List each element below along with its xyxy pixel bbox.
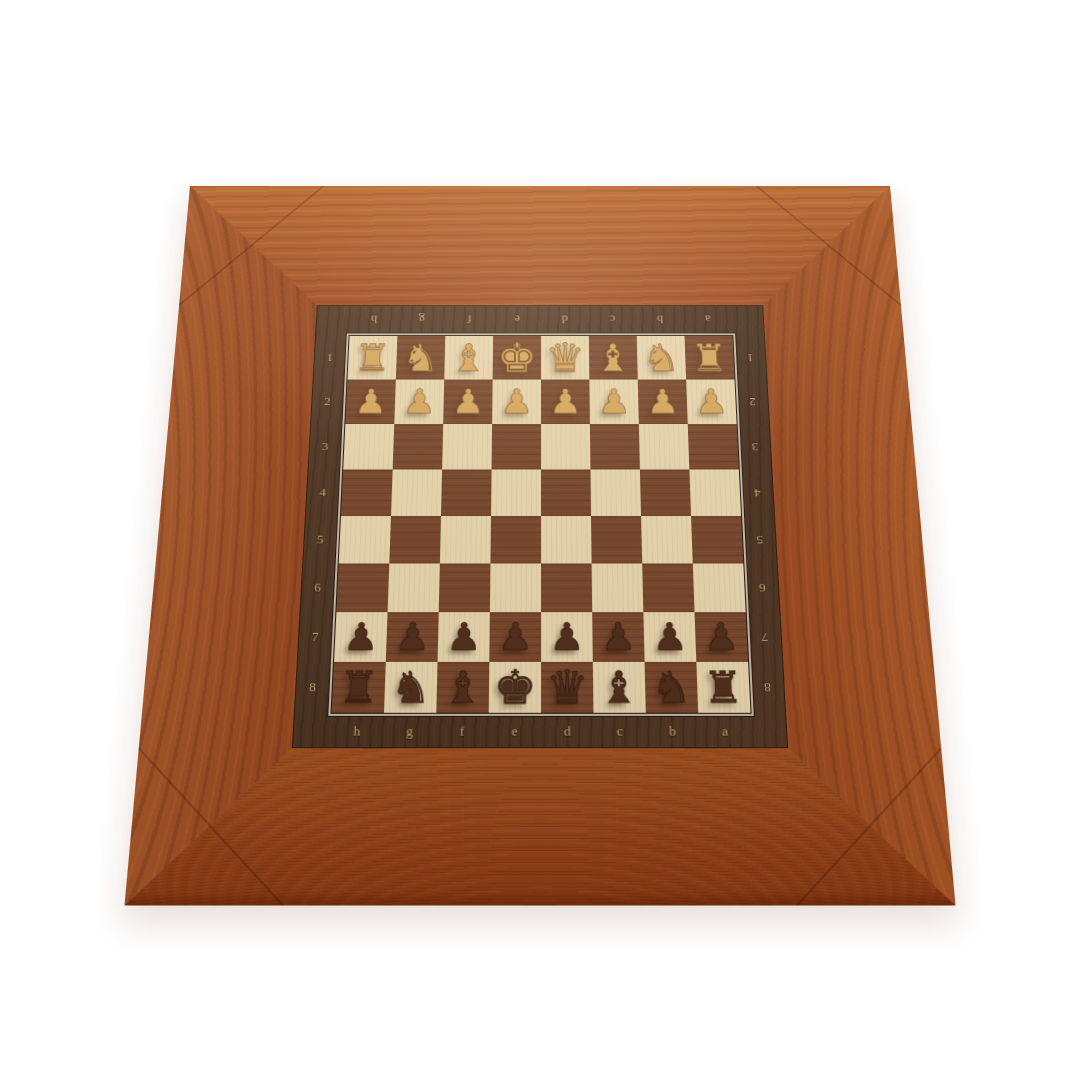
file-label-bottom-f: f (435, 715, 488, 747)
file-label-top-e: e (493, 306, 541, 332)
piece-black-pawn-e7[interactable]: ♟ (489, 612, 541, 662)
piece-black-bishop-c8[interactable]: ♝ (593, 662, 646, 713)
empty-e3 (492, 424, 541, 469)
empty-a3 (688, 424, 739, 469)
empty-c4 (590, 469, 641, 515)
piece-black-pawn-a7[interactable]: ♟ (695, 612, 749, 662)
rank-label-right-2: 2 (736, 380, 768, 424)
chessboard: 12345678 12345678 hgfedcba hgfedcba ♜♞♝♚… (292, 305, 788, 748)
piece-white-king-e1[interactable]: ♚ (493, 336, 541, 380)
empty-c6 (592, 563, 644, 612)
piece-white-rook-h1[interactable]: ♜ (347, 336, 397, 380)
empty-a5 (691, 516, 743, 564)
rank-label-right-5: 5 (743, 516, 777, 564)
piece-white-pawn-c2[interactable]: ♟ (589, 380, 638, 424)
empty-f6 (439, 563, 491, 612)
empty-h5 (339, 516, 391, 564)
empty-b6 (642, 563, 694, 612)
piece-black-pawn-c7[interactable]: ♟ (592, 612, 644, 662)
empty-c3 (590, 424, 640, 469)
piece-white-knight-g1[interactable]: ♞ (396, 336, 445, 380)
piece-white-pawn-a2[interactable]: ♟ (686, 380, 737, 424)
piece-black-pawn-f7[interactable]: ♟ (438, 612, 490, 662)
rank-label-right-1: 1 (734, 336, 766, 380)
piece-black-rook-h8[interactable]: ♜ (332, 662, 386, 713)
empty-d6 (541, 563, 592, 612)
empty-f4 (441, 469, 492, 515)
file-label-top-b: b (636, 306, 684, 332)
rank-label-left-8: 8 (295, 662, 330, 713)
empty-c5 (591, 516, 642, 564)
file-label-bottom-b: b (646, 715, 700, 747)
empty-b3 (639, 424, 690, 469)
file-labels-top: hgfedcba (350, 306, 733, 332)
piece-white-knight-b1[interactable]: ♞ (637, 336, 686, 380)
empty-d4 (541, 469, 591, 515)
empty-d5 (541, 516, 592, 564)
empty-f5 (440, 516, 491, 564)
file-label-top-c: c (588, 306, 636, 332)
empty-e4 (491, 469, 541, 515)
piece-white-bishop-f1[interactable]: ♝ (444, 336, 493, 380)
chess-table: 12345678 12345678 hgfedcba hgfedcba ♜♞♝♚… (124, 186, 955, 905)
file-label-bottom-e: e (488, 715, 541, 747)
file-label-bottom-g: g (383, 715, 437, 747)
rank-label-left-4: 4 (306, 469, 339, 515)
empty-g3 (393, 424, 444, 469)
file-label-top-a: a (683, 306, 732, 332)
piece-black-bishop-f8[interactable]: ♝ (436, 662, 489, 713)
empty-b4 (640, 469, 691, 515)
rank-label-left-1: 1 (314, 336, 346, 380)
file-label-bottom-d: d (541, 715, 594, 747)
empty-g4 (391, 469, 442, 515)
empty-b5 (641, 516, 693, 564)
rank-label-left-2: 2 (311, 380, 343, 424)
file-label-top-g: g (398, 306, 446, 332)
empty-f3 (442, 424, 492, 469)
piece-black-knight-g8[interactable]: ♞ (384, 662, 438, 713)
empty-e6 (490, 563, 541, 612)
file-label-bottom-a: a (698, 715, 752, 747)
rank-label-right-6: 6 (745, 563, 779, 612)
piece-white-bishop-c1[interactable]: ♝ (589, 336, 638, 380)
rank-label-right-7: 7 (748, 612, 783, 662)
empty-h6 (336, 563, 389, 612)
rank-label-left-7: 7 (298, 612, 333, 662)
empty-h4 (341, 469, 393, 515)
piece-black-pawn-h7[interactable]: ♟ (334, 612, 388, 662)
piece-black-knight-b8[interactable]: ♞ (645, 662, 699, 713)
pieces-layer: ♜♞♝♚♛♝♞♜♟♟♟♟♟♟♟♟♟♟♟♟♟♟♟♟♜♞♝♚♛♝♞♜ (332, 336, 751, 713)
rank-label-right-3: 3 (739, 424, 772, 469)
piece-white-queen-d1[interactable]: ♛ (541, 336, 589, 380)
photo-background: 12345678 12345678 hgfedcba hgfedcba ♜♞♝♚… (0, 0, 1080, 1080)
piece-black-rook-a8[interactable]: ♜ (696, 662, 750, 713)
rank-label-right-8: 8 (750, 662, 785, 713)
rank-label-right-4: 4 (741, 469, 774, 515)
piece-white-pawn-d2[interactable]: ♟ (541, 380, 590, 424)
piece-white-pawn-g2[interactable]: ♟ (394, 380, 444, 424)
file-label-bottom-c: c (593, 715, 646, 747)
piece-white-pawn-e2[interactable]: ♟ (492, 380, 541, 424)
empty-a6 (693, 563, 746, 612)
empty-h3 (343, 424, 394, 469)
piece-black-pawn-g7[interactable]: ♟ (386, 612, 439, 662)
empty-g6 (388, 563, 440, 612)
file-label-top-f: f (445, 306, 493, 332)
piece-white-pawn-f2[interactable]: ♟ (443, 380, 492, 424)
piece-white-pawn-h2[interactable]: ♟ (345, 380, 395, 424)
empty-e5 (490, 516, 541, 564)
piece-black-king-e8[interactable]: ♚ (489, 662, 541, 713)
file-label-top-d: d (541, 306, 589, 332)
piece-black-queen-d8[interactable]: ♛ (541, 662, 593, 713)
piece-black-pawn-b7[interactable]: ♟ (643, 612, 696, 662)
piece-white-pawn-b2[interactable]: ♟ (638, 380, 688, 424)
empty-g5 (389, 516, 441, 564)
empty-a4 (689, 469, 741, 515)
empty-d3 (541, 424, 590, 469)
piece-black-pawn-d7[interactable]: ♟ (541, 612, 593, 662)
piece-white-rook-a1[interactable]: ♜ (685, 336, 735, 380)
file-labels-bottom: hgfedcba (330, 715, 752, 747)
rank-label-left-5: 5 (303, 516, 337, 564)
file-label-bottom-h: h (330, 715, 384, 747)
file-label-top-h: h (350, 306, 399, 332)
rank-label-left-6: 6 (301, 563, 335, 612)
rank-label-left-3: 3 (309, 424, 342, 469)
